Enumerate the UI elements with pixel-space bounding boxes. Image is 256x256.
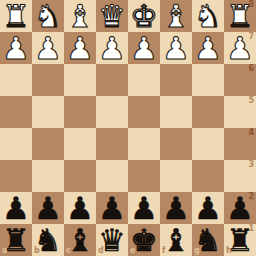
square-a7[interactable]: ♟ — [0, 32, 32, 64]
square-c6[interactable] — [64, 64, 96, 96]
square-d7[interactable]: ♟ — [96, 32, 128, 64]
white-pawn[interactable]: ♟ — [34, 32, 62, 64]
black-knight[interactable]: ♞ — [34, 224, 62, 256]
square-c3[interactable] — [64, 160, 96, 192]
square-d1[interactable]: d♛ — [96, 224, 128, 256]
white-pawn[interactable]: ♟ — [2, 32, 30, 64]
rank-label-3: 3 — [248, 161, 254, 169]
white-bishop[interactable]: ♝ — [66, 0, 94, 32]
square-c8[interactable]: ♝ — [64, 0, 96, 32]
square-g3[interactable] — [192, 160, 224, 192]
square-e5[interactable] — [128, 96, 160, 128]
black-pawn[interactable]: ♟ — [66, 192, 94, 224]
square-h8[interactable]: 8♜ — [224, 0, 256, 32]
square-h2[interactable]: 2♟ — [224, 192, 256, 224]
square-g8[interactable]: ♞ — [192, 0, 224, 32]
white-rook[interactable]: ♜ — [226, 0, 254, 32]
square-f3[interactable] — [160, 160, 192, 192]
rank-label-4: 4 — [248, 129, 254, 137]
black-pawn[interactable]: ♟ — [34, 192, 62, 224]
square-d2[interactable]: ♟ — [96, 192, 128, 224]
black-bishop[interactable]: ♝ — [162, 224, 190, 256]
square-e6[interactable] — [128, 64, 160, 96]
square-h3[interactable]: 3 — [224, 160, 256, 192]
square-g6[interactable] — [192, 64, 224, 96]
square-g1[interactable]: g♞ — [192, 224, 224, 256]
square-e7[interactable]: ♟ — [128, 32, 160, 64]
square-h7[interactable]: 7♟ — [224, 32, 256, 64]
square-g2[interactable]: ♟ — [192, 192, 224, 224]
square-d8[interactable]: ♛ — [96, 0, 128, 32]
white-queen[interactable]: ♛ — [98, 0, 126, 32]
square-f4[interactable] — [160, 128, 192, 160]
square-c5[interactable] — [64, 96, 96, 128]
black-pawn[interactable]: ♟ — [162, 192, 190, 224]
rank-label-6: 6 — [248, 65, 254, 73]
square-f5[interactable] — [160, 96, 192, 128]
black-king[interactable]: ♚ — [130, 224, 158, 256]
white-king[interactable]: ♚ — [130, 0, 158, 32]
square-d3[interactable] — [96, 160, 128, 192]
square-g7[interactable]: ♟ — [192, 32, 224, 64]
white-pawn[interactable]: ♟ — [194, 32, 222, 64]
square-a3[interactable] — [0, 160, 32, 192]
square-e1[interactable]: e♚ — [128, 224, 160, 256]
square-e2[interactable]: ♟ — [128, 192, 160, 224]
black-rook[interactable]: ♜ — [2, 224, 30, 256]
square-g5[interactable] — [192, 96, 224, 128]
square-h4[interactable]: 4 — [224, 128, 256, 160]
square-a8[interactable]: ♜ — [0, 0, 32, 32]
square-a5[interactable] — [0, 96, 32, 128]
square-b6[interactable] — [32, 64, 64, 96]
white-pawn[interactable]: ♟ — [98, 32, 126, 64]
square-e8[interactable]: ♚ — [128, 0, 160, 32]
square-a1[interactable]: a♜ — [0, 224, 32, 256]
square-h1[interactable]: 1h♜ — [224, 224, 256, 256]
square-d5[interactable] — [96, 96, 128, 128]
square-a2[interactable]: ♟ — [0, 192, 32, 224]
square-e3[interactable] — [128, 160, 160, 192]
square-f7[interactable]: ♟ — [160, 32, 192, 64]
square-f6[interactable] — [160, 64, 192, 96]
black-rook[interactable]: ♜ — [226, 224, 254, 256]
black-pawn[interactable]: ♟ — [130, 192, 158, 224]
white-knight[interactable]: ♞ — [34, 0, 62, 32]
black-pawn[interactable]: ♟ — [194, 192, 222, 224]
square-f8[interactable]: ♝ — [160, 0, 192, 32]
square-e4[interactable] — [128, 128, 160, 160]
square-b8[interactable]: ♞ — [32, 0, 64, 32]
square-d4[interactable] — [96, 128, 128, 160]
black-knight[interactable]: ♞ — [194, 224, 222, 256]
square-g4[interactable] — [192, 128, 224, 160]
white-knight[interactable]: ♞ — [194, 0, 222, 32]
black-pawn[interactable]: ♟ — [2, 192, 30, 224]
square-b7[interactable]: ♟ — [32, 32, 64, 64]
square-f2[interactable]: ♟ — [160, 192, 192, 224]
square-c7[interactable]: ♟ — [64, 32, 96, 64]
square-c4[interactable] — [64, 128, 96, 160]
square-b1[interactable]: b♞ — [32, 224, 64, 256]
square-a4[interactable] — [0, 128, 32, 160]
chess-board: ♜♞♝♛♚♝♞8♜♟♟♟♟♟♟♟7♟6543♟♟♟♟♟♟♟2♟a♜b♞c♝d♛e… — [0, 0, 256, 256]
white-pawn[interactable]: ♟ — [226, 32, 254, 64]
black-queen[interactable]: ♛ — [98, 224, 126, 256]
square-b2[interactable]: ♟ — [32, 192, 64, 224]
square-b3[interactable] — [32, 160, 64, 192]
square-c2[interactable]: ♟ — [64, 192, 96, 224]
black-pawn[interactable]: ♟ — [98, 192, 126, 224]
square-b5[interactable] — [32, 96, 64, 128]
square-d6[interactable] — [96, 64, 128, 96]
square-a6[interactable] — [0, 64, 32, 96]
white-pawn[interactable]: ♟ — [162, 32, 190, 64]
square-f1[interactable]: f♝ — [160, 224, 192, 256]
square-h6[interactable]: 6 — [224, 64, 256, 96]
white-pawn[interactable]: ♟ — [66, 32, 94, 64]
rank-label-5: 5 — [248, 97, 254, 105]
white-bishop[interactable]: ♝ — [162, 0, 190, 32]
white-pawn[interactable]: ♟ — [130, 32, 158, 64]
black-bishop[interactable]: ♝ — [66, 224, 94, 256]
white-rook[interactable]: ♜ — [2, 0, 30, 32]
square-c1[interactable]: c♝ — [64, 224, 96, 256]
square-b4[interactable] — [32, 128, 64, 160]
square-h5[interactable]: 5 — [224, 96, 256, 128]
black-pawn[interactable]: ♟ — [226, 192, 254, 224]
